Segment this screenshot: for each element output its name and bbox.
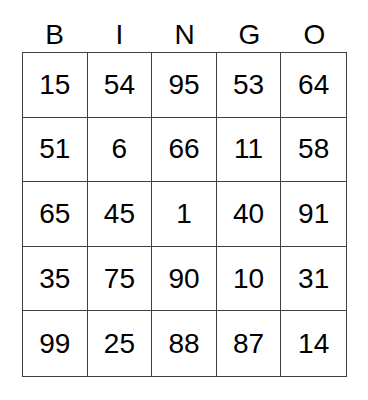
column-letter-o: O (282, 0, 347, 52)
bingo-cell-r3c2[interactable]: 45 (88, 182, 153, 247)
bingo-cell-r4c3[interactable]: 90 (152, 247, 217, 312)
bingo-cell-r4c4[interactable]: 10 (217, 247, 282, 312)
bingo-cell-r3c5[interactable]: 91 (281, 182, 346, 247)
column-letter-g: G (217, 0, 282, 52)
bingo-cell-r2c3[interactable]: 66 (152, 118, 217, 183)
column-letter-b: B (22, 0, 87, 52)
bingo-cell-r1c3[interactable]: 95 (152, 53, 217, 118)
column-letter-n: N (152, 0, 217, 52)
bingo-cell-r4c5[interactable]: 31 (281, 247, 346, 312)
bingo-cell-r4c2[interactable]: 75 (88, 247, 153, 312)
bingo-cell-r5c2[interactable]: 25 (88, 311, 153, 376)
bingo-card: B I N G O 15 54 95 53 64 51 6 66 11 58 6… (0, 0, 368, 400)
bingo-cell-r3c4[interactable]: 40 (217, 182, 282, 247)
column-letter-i: I (87, 0, 152, 52)
bingo-cell-r1c5[interactable]: 64 (281, 53, 346, 118)
bingo-cell-r3c3[interactable]: 1 (152, 182, 217, 247)
bingo-cell-r2c1[interactable]: 51 (23, 118, 88, 183)
bingo-cell-r4c1[interactable]: 35 (23, 247, 88, 312)
bingo-cell-r1c1[interactable]: 15 (23, 53, 88, 118)
bingo-cell-r2c4[interactable]: 11 (217, 118, 282, 183)
bingo-cell-r1c4[interactable]: 53 (217, 53, 282, 118)
bingo-cell-r1c2[interactable]: 54 (88, 53, 153, 118)
bingo-cell-r5c4[interactable]: 87 (217, 311, 282, 376)
bingo-header: B I N G O (22, 0, 347, 52)
bingo-grid: 15 54 95 53 64 51 6 66 11 58 65 45 1 40 … (22, 52, 347, 377)
bingo-cell-r3c1[interactable]: 65 (23, 182, 88, 247)
bingo-cell-r5c3[interactable]: 88 (152, 311, 217, 376)
bingo-cell-r5c5[interactable]: 14 (281, 311, 346, 376)
bingo-cell-r2c2[interactable]: 6 (88, 118, 153, 183)
bingo-cell-r2c5[interactable]: 58 (281, 118, 346, 183)
bingo-cell-r5c1[interactable]: 99 (23, 311, 88, 376)
